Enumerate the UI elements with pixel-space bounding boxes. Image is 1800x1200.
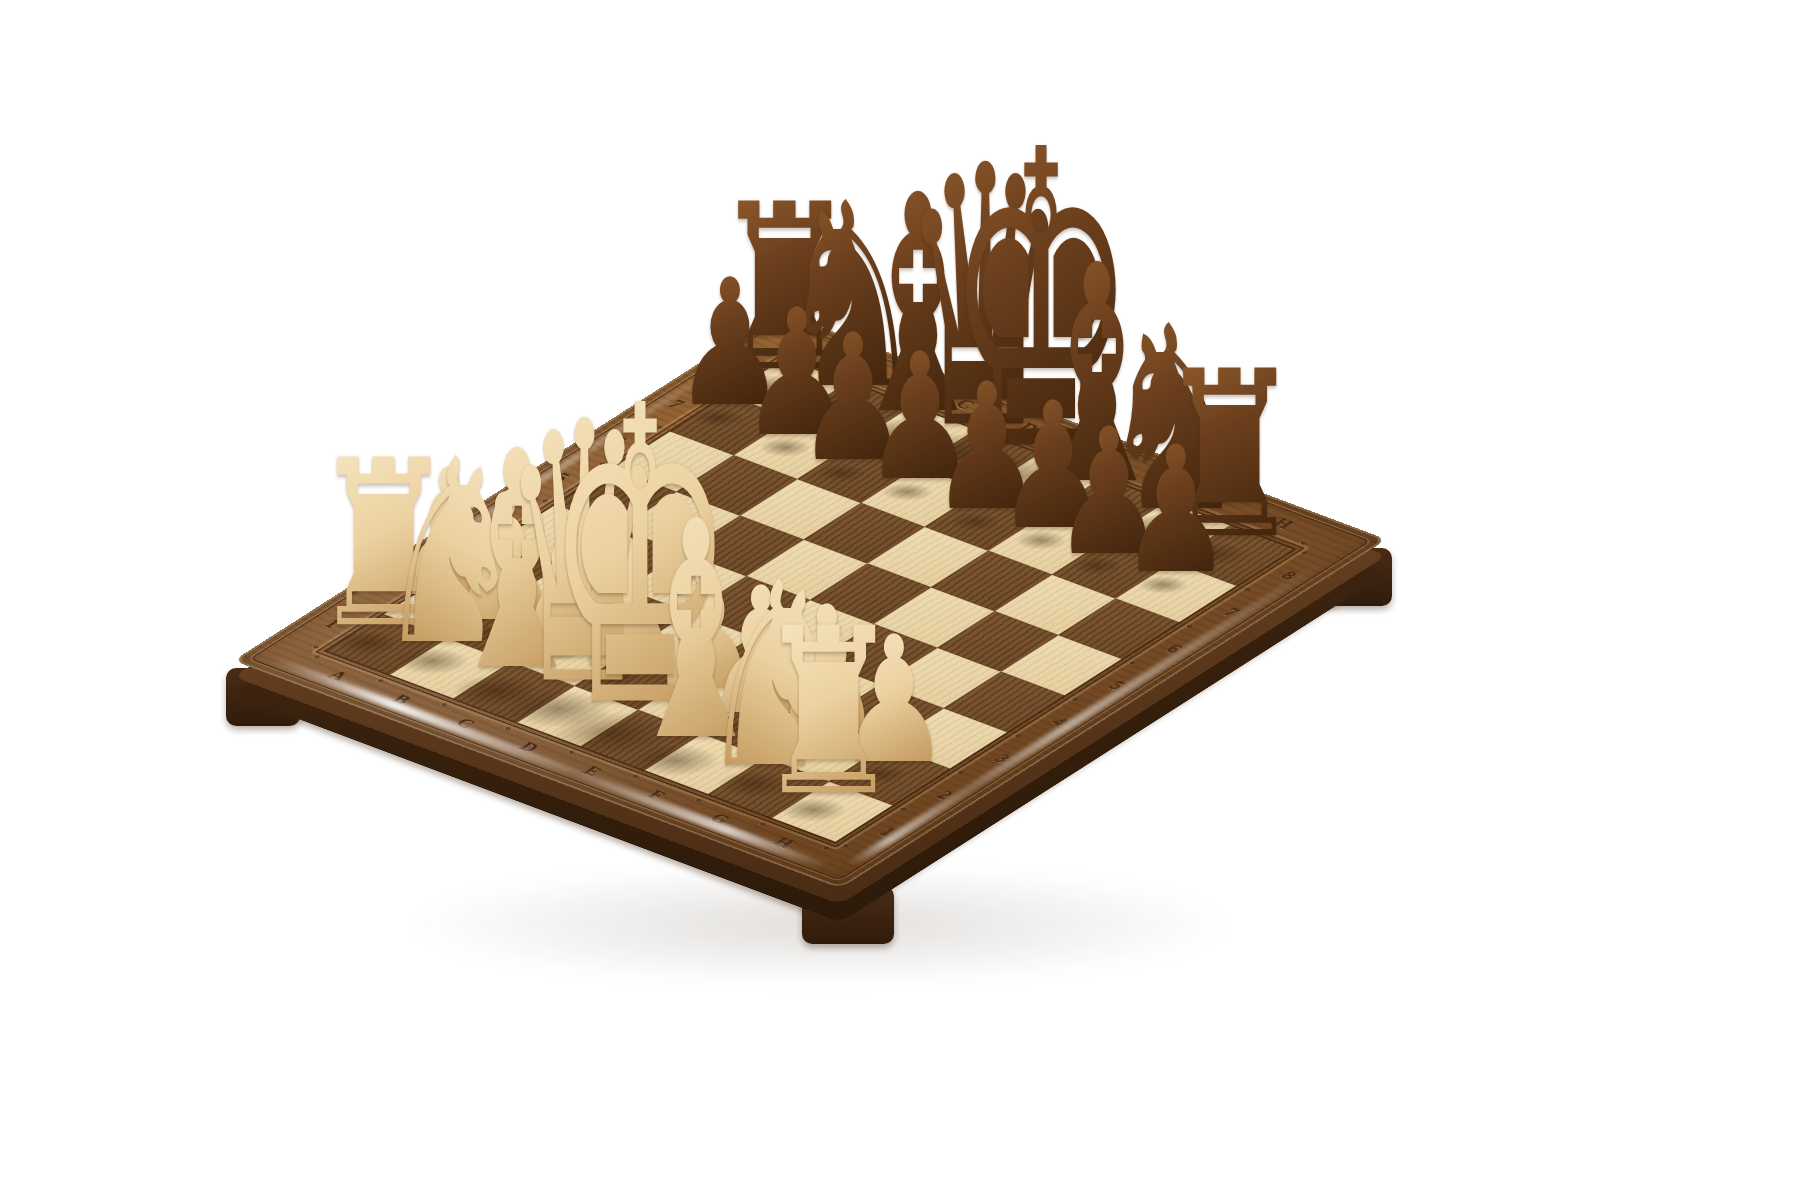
border-carved-mark: [1072, 698, 1077, 701]
border-carved-mark: [1173, 494, 1178, 497]
border-carved-mark: [1244, 588, 1249, 591]
file-label-far-a: A: [822, 349, 852, 365]
file-label-far-h: H: [1267, 516, 1298, 532]
border-carved-mark: [1110, 470, 1115, 473]
border-carved-mark: [633, 775, 638, 778]
chess-set-photo: AA11BB22CC33DD44EE55FF66GG77HH88 ♜♞♟♝♟♛♟…: [0, 0, 1800, 1200]
border-carved-mark: [485, 536, 490, 539]
file-label-far-e: E: [1077, 445, 1106, 460]
border-carved-mark: [900, 808, 905, 811]
border-carved-mark: [314, 655, 319, 658]
border-carved-mark: [772, 353, 777, 356]
file-label-far-b: B: [886, 373, 915, 388]
chess-board: AA11BB22CC33DD44EE55FF66GG77HH88: [233, 312, 1386, 889]
border-carved-mark: [696, 799, 701, 802]
border-carved-mark: [843, 844, 848, 847]
border-carved-mark: [919, 398, 924, 401]
border-carved-mark: [600, 462, 605, 465]
border-carved-mark: [428, 572, 433, 575]
border-carved-mark: [542, 499, 547, 502]
border-carved-mark: [791, 351, 796, 354]
border-carved-mark: [1237, 518, 1242, 521]
chess-board-assembly: AA11BB22CC33DD44EE55FF66GG77HH88: [400, 190, 1220, 1010]
border-carved-mark: [823, 846, 828, 849]
border-carved-mark: [982, 422, 987, 425]
border-carved-mark: [657, 426, 662, 429]
border-carved-mark: [958, 771, 963, 774]
border-carved-mark: [855, 375, 860, 378]
border-carved-mark: [1046, 446, 1051, 449]
border-carved-mark: [569, 751, 574, 754]
border-carved-mark: [1301, 542, 1306, 545]
border-carved-mark: [1015, 735, 1020, 738]
file-label-far-f: F: [1141, 469, 1169, 484]
border-carved-mark: [442, 703, 447, 706]
border-carved-mark: [760, 822, 765, 825]
file-label-far-c: C: [950, 397, 980, 413]
border-carved-mark: [1187, 625, 1192, 628]
border-carved-mark: [313, 645, 318, 648]
border-carved-mark: [370, 609, 375, 612]
file-label-far-g: G: [1204, 492, 1235, 508]
border-carved-mark: [505, 727, 510, 730]
border-carved-mark: [714, 389, 719, 392]
file-label-far-d: D: [1013, 421, 1043, 437]
border-carved-mark: [378, 679, 383, 682]
border-carved-mark: [1302, 552, 1307, 555]
border-carved-mark: [1130, 661, 1135, 664]
